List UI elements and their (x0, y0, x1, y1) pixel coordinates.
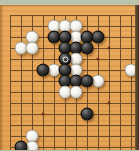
white-stone (26, 42, 39, 55)
grid-line-vertical (109, 15, 110, 150)
grid-line-vertical (21, 15, 22, 150)
go-board[interactable] (0, 5, 136, 150)
last-move-marker (62, 56, 68, 62)
grid-line-horizontal (10, 103, 136, 104)
black-stone (81, 42, 94, 55)
hoshi-dot (108, 47, 111, 50)
grid-line-vertical (10, 15, 11, 150)
board-right-edge (135, 5, 139, 150)
grid-line-vertical (43, 15, 44, 150)
black-stone (15, 141, 28, 151)
black-stone (81, 108, 94, 121)
hoshi-dot (97, 58, 100, 61)
grid-line-vertical (131, 15, 132, 150)
black-stone (81, 75, 94, 88)
grid-line-horizontal (10, 125, 136, 126)
black-stone (92, 31, 105, 44)
hoshi-dot (108, 102, 111, 105)
hoshi-dot (42, 113, 45, 116)
white-stone (70, 86, 83, 99)
grid-line-horizontal (10, 15, 136, 16)
black-stone (37, 64, 50, 77)
grid-line-vertical (120, 15, 121, 150)
grid-line-horizontal (10, 114, 136, 115)
